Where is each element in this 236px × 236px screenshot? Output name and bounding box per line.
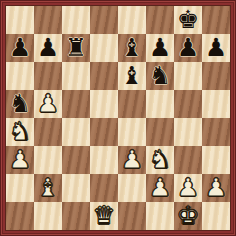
- square-g2[interactable]: ♟: [174, 174, 202, 202]
- square-d8[interactable]: [90, 6, 118, 34]
- square-e7[interactable]: ♝: [118, 34, 146, 62]
- square-d4[interactable]: [90, 118, 118, 146]
- square-h1[interactable]: [202, 202, 230, 230]
- square-b1[interactable]: [34, 202, 62, 230]
- piece-white-pawn[interactable]: ♟: [118, 146, 146, 174]
- square-g5[interactable]: [174, 90, 202, 118]
- square-d5[interactable]: [90, 90, 118, 118]
- square-a1[interactable]: [6, 202, 34, 230]
- square-b5[interactable]: ♟: [34, 90, 62, 118]
- square-c8[interactable]: [62, 6, 90, 34]
- piece-black-pawn[interactable]: ♟: [6, 34, 34, 62]
- piece-black-king[interactable]: ♚: [174, 6, 202, 34]
- square-b7[interactable]: ♟: [34, 34, 62, 62]
- chess-board: ♚♟♟♜♝♟♟♟♝♞♞♟♞♟♟♞♝♟♟♟♛♚: [6, 6, 230, 230]
- square-c1[interactable]: [62, 202, 90, 230]
- square-g6[interactable]: [174, 62, 202, 90]
- square-h6[interactable]: [202, 62, 230, 90]
- square-g1[interactable]: ♚: [174, 202, 202, 230]
- square-e2[interactable]: [118, 174, 146, 202]
- piece-black-bishop[interactable]: ♝: [118, 62, 146, 90]
- square-g8[interactable]: ♚: [174, 6, 202, 34]
- square-f8[interactable]: [146, 6, 174, 34]
- square-a3[interactable]: ♟: [6, 146, 34, 174]
- square-h7[interactable]: ♟: [202, 34, 230, 62]
- square-g4[interactable]: [174, 118, 202, 146]
- square-b2[interactable]: ♝: [34, 174, 62, 202]
- square-e8[interactable]: [118, 6, 146, 34]
- square-b4[interactable]: [34, 118, 62, 146]
- square-d7[interactable]: [90, 34, 118, 62]
- square-c7[interactable]: ♜: [62, 34, 90, 62]
- square-a6[interactable]: [6, 62, 34, 90]
- piece-white-queen[interactable]: ♛: [90, 202, 118, 230]
- square-c4[interactable]: [62, 118, 90, 146]
- square-f7[interactable]: ♟: [146, 34, 174, 62]
- piece-white-pawn[interactable]: ♟: [6, 146, 34, 174]
- square-f6[interactable]: ♞: [146, 62, 174, 90]
- piece-white-knight[interactable]: ♞: [6, 118, 34, 146]
- square-h3[interactable]: [202, 146, 230, 174]
- square-f3[interactable]: ♞: [146, 146, 174, 174]
- square-c3[interactable]: [62, 146, 90, 174]
- square-d3[interactable]: [90, 146, 118, 174]
- square-f4[interactable]: [146, 118, 174, 146]
- square-f2[interactable]: ♟: [146, 174, 174, 202]
- piece-black-rook[interactable]: ♜: [62, 34, 90, 62]
- square-b6[interactable]: [34, 62, 62, 90]
- piece-white-pawn[interactable]: ♟: [146, 174, 174, 202]
- piece-black-pawn[interactable]: ♟: [146, 34, 174, 62]
- square-b3[interactable]: [34, 146, 62, 174]
- square-h2[interactable]: ♟: [202, 174, 230, 202]
- square-f5[interactable]: [146, 90, 174, 118]
- piece-white-king[interactable]: ♚: [174, 202, 202, 230]
- square-d2[interactable]: [90, 174, 118, 202]
- piece-white-pawn[interactable]: ♟: [174, 174, 202, 202]
- square-f1[interactable]: [146, 202, 174, 230]
- square-a7[interactable]: ♟: [6, 34, 34, 62]
- square-c2[interactable]: [62, 174, 90, 202]
- square-g3[interactable]: [174, 146, 202, 174]
- piece-black-pawn[interactable]: ♟: [34, 34, 62, 62]
- square-e6[interactable]: ♝: [118, 62, 146, 90]
- piece-white-knight[interactable]: ♞: [146, 146, 174, 174]
- square-a8[interactable]: [6, 6, 34, 34]
- square-h5[interactable]: [202, 90, 230, 118]
- square-e4[interactable]: [118, 118, 146, 146]
- square-c5[interactable]: [62, 90, 90, 118]
- piece-black-knight[interactable]: ♞: [146, 62, 174, 90]
- square-d6[interactable]: [90, 62, 118, 90]
- square-g7[interactable]: ♟: [174, 34, 202, 62]
- piece-black-pawn[interactable]: ♟: [202, 34, 230, 62]
- square-h4[interactable]: [202, 118, 230, 146]
- chess-board-frame: ♚♟♟♜♝♟♟♟♝♞♞♟♞♟♟♞♝♟♟♟♛♚: [0, 0, 236, 236]
- square-c6[interactable]: [62, 62, 90, 90]
- square-b8[interactable]: [34, 6, 62, 34]
- piece-white-bishop[interactable]: ♝: [34, 174, 62, 202]
- square-e5[interactable]: [118, 90, 146, 118]
- piece-black-pawn[interactable]: ♟: [174, 34, 202, 62]
- square-a2[interactable]: [6, 174, 34, 202]
- piece-black-bishop[interactable]: ♝: [118, 34, 146, 62]
- piece-white-pawn[interactable]: ♟: [202, 174, 230, 202]
- square-a5[interactable]: ♞: [6, 90, 34, 118]
- square-h8[interactable]: [202, 6, 230, 34]
- square-e1[interactable]: [118, 202, 146, 230]
- piece-white-pawn[interactable]: ♟: [34, 90, 62, 118]
- piece-black-knight[interactable]: ♞: [6, 90, 34, 118]
- square-d1[interactable]: ♛: [90, 202, 118, 230]
- square-a4[interactable]: ♞: [6, 118, 34, 146]
- square-e3[interactable]: ♟: [118, 146, 146, 174]
